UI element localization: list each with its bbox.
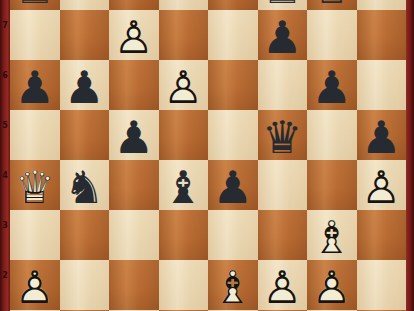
chess-diagram: ♜♜♚♟♙♟♟♟♟♙♟♟♛♟♛♕♞♝♟♟♙♝♗♟♙♝♗♟♙♟♙ 765432	[0, 0, 414, 311]
square-b2[interactable]	[60, 260, 110, 310]
chessboard: ♜♜♚♟♙♟♟♟♟♙♟♟♛♟♛♕♞♝♟♟♙♝♗♟♙♝♗♟♙♟♙	[10, 0, 406, 311]
rank-label-5: 5	[1, 121, 9, 130]
square-a7[interactable]	[10, 10, 60, 60]
square-b7[interactable]	[60, 10, 110, 60]
black-pawn-fill: ♟	[307, 65, 357, 110]
square-a4[interactable]: ♛♕	[10, 160, 60, 210]
square-e2[interactable]: ♝♗	[208, 260, 258, 310]
square-a5[interactable]	[10, 110, 60, 160]
black-bishop[interactable]: ♝	[159, 162, 209, 212]
white-bishop[interactable]: ♝♗	[208, 262, 258, 311]
square-d8[interactable]	[159, 0, 209, 10]
square-h8[interactable]	[357, 0, 407, 10]
rank-label-6: 6	[1, 71, 9, 80]
square-e5[interactable]	[208, 110, 258, 160]
square-a3[interactable]	[10, 210, 60, 260]
black-king-fill: ♚	[307, 0, 357, 10]
black-pawn-fill: ♟	[60, 65, 110, 110]
rank-label-3: 3	[1, 221, 9, 230]
board-frame-left	[0, 0, 10, 311]
square-d3[interactable]	[159, 210, 209, 260]
square-e6[interactable]	[208, 60, 258, 110]
black-pawn[interactable]: ♟	[357, 112, 407, 162]
square-d7[interactable]	[159, 10, 209, 60]
square-c8[interactable]	[109, 0, 159, 10]
black-queen-fill: ♛	[258, 115, 308, 160]
square-b6[interactable]: ♟	[60, 60, 110, 110]
white-pawn-outline: ♙	[159, 65, 209, 110]
black-knight[interactable]: ♞	[60, 162, 110, 212]
square-c4[interactable]	[109, 160, 159, 210]
white-pawn-outline: ♙	[357, 165, 407, 210]
square-g7[interactable]	[307, 10, 357, 60]
square-a8[interactable]: ♜	[10, 0, 60, 10]
black-pawn-fill: ♟	[109, 115, 159, 160]
black-queen[interactable]: ♛	[258, 112, 308, 162]
square-b3[interactable]	[60, 210, 110, 260]
white-queen[interactable]: ♛♕	[10, 162, 60, 212]
white-pawn[interactable]: ♟♙	[159, 62, 209, 112]
black-rook-fill: ♜	[10, 0, 60, 10]
square-f5[interactable]: ♛	[258, 110, 308, 160]
white-pawn-outline: ♙	[307, 265, 357, 310]
black-pawn[interactable]: ♟	[10, 62, 60, 112]
square-f8[interactable]: ♜	[258, 0, 308, 10]
board-frame-right	[406, 0, 414, 311]
black-pawn-fill: ♟	[10, 65, 60, 110]
square-e3[interactable]	[208, 210, 258, 260]
black-pawn-fill: ♟	[208, 165, 258, 210]
square-f7[interactable]: ♟	[258, 10, 308, 60]
square-g3[interactable]: ♝♗	[307, 210, 357, 260]
square-d4[interactable]: ♝	[159, 160, 209, 210]
black-rook-fill: ♜	[258, 0, 308, 10]
square-f4[interactable]	[258, 160, 308, 210]
square-h4[interactable]: ♟♙	[357, 160, 407, 210]
black-pawn[interactable]: ♟	[109, 112, 159, 162]
square-h2[interactable]	[357, 260, 407, 310]
square-b5[interactable]	[60, 110, 110, 160]
black-pawn[interactable]: ♟	[258, 12, 308, 62]
white-bishop-outline: ♗	[208, 265, 258, 310]
square-c7[interactable]: ♟♙	[109, 10, 159, 60]
square-h7[interactable]	[357, 10, 407, 60]
white-bishop[interactable]: ♝♗	[307, 212, 357, 262]
white-bishop-outline: ♗	[307, 215, 357, 260]
square-g4[interactable]	[307, 160, 357, 210]
black-pawn-fill: ♟	[258, 15, 308, 60]
square-d6[interactable]: ♟♙	[159, 60, 209, 110]
rank-label-7: 7	[1, 21, 9, 30]
square-h6[interactable]	[357, 60, 407, 110]
black-pawn[interactable]: ♟	[60, 62, 110, 112]
square-c6[interactable]	[109, 60, 159, 110]
square-c5[interactable]: ♟	[109, 110, 159, 160]
square-d2[interactable]	[159, 260, 209, 310]
square-g5[interactable]	[307, 110, 357, 160]
rank-label-4: 4	[1, 171, 9, 180]
white-pawn-outline: ♙	[258, 265, 308, 310]
white-queen-outline: ♕	[10, 165, 60, 210]
square-f3[interactable]	[258, 210, 308, 260]
white-pawn[interactable]: ♟♙	[307, 262, 357, 311]
square-c2[interactable]	[109, 260, 159, 310]
white-pawn[interactable]: ♟♙	[109, 12, 159, 62]
square-e7[interactable]	[208, 10, 258, 60]
square-b4[interactable]: ♞	[60, 160, 110, 210]
square-a6[interactable]: ♟	[10, 60, 60, 110]
square-a2[interactable]: ♟♙	[10, 260, 60, 310]
black-pawn[interactable]: ♟	[307, 62, 357, 112]
square-g2[interactable]: ♟♙	[307, 260, 357, 310]
black-pawn-fill: ♟	[357, 115, 407, 160]
white-pawn[interactable]: ♟♙	[10, 262, 60, 311]
black-bishop-fill: ♝	[159, 165, 209, 210]
white-pawn[interactable]: ♟♙	[258, 262, 308, 311]
square-b8[interactable]	[60, 0, 110, 10]
white-pawn[interactable]: ♟♙	[357, 162, 407, 212]
square-c3[interactable]	[109, 210, 159, 260]
white-pawn-outline: ♙	[10, 265, 60, 310]
square-h5[interactable]: ♟	[357, 110, 407, 160]
square-h3[interactable]	[357, 210, 407, 260]
square-g6[interactable]: ♟	[307, 60, 357, 110]
rank-label-2: 2	[1, 271, 9, 280]
square-e8[interactable]	[208, 0, 258, 10]
black-knight-fill: ♞	[60, 165, 110, 210]
black-pawn[interactable]: ♟	[208, 162, 258, 212]
square-d5[interactable]	[159, 110, 209, 160]
square-f2[interactable]: ♟♙	[258, 260, 308, 310]
white-pawn-outline: ♙	[109, 15, 159, 60]
square-g8[interactable]: ♚	[307, 0, 357, 10]
square-f6[interactable]	[258, 60, 308, 110]
square-e4[interactable]: ♟	[208, 160, 258, 210]
